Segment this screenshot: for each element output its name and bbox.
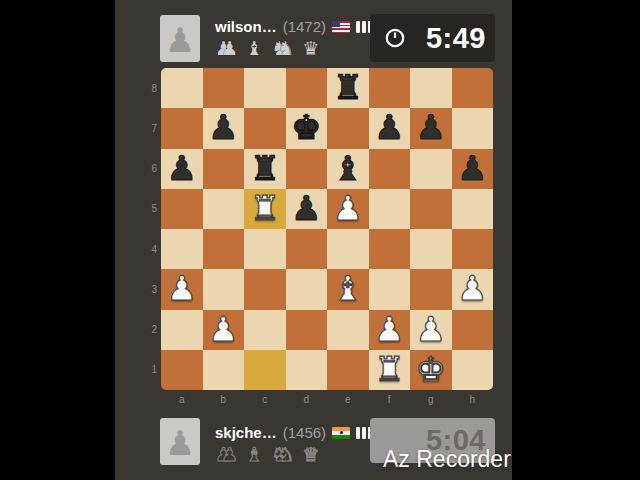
square-h8[interactable] [452, 68, 494, 108]
square-b6[interactable] [203, 149, 245, 189]
square-d7[interactable]: ♚ [286, 108, 328, 148]
captured-pawns: ♟♟ [215, 39, 238, 58]
square-b1[interactable] [203, 350, 245, 390]
captured-piece-icon: ♝ [246, 445, 263, 464]
square-e8[interactable]: ♜ [327, 68, 369, 108]
rank-label-6: 6 [139, 149, 157, 189]
piece-black-pawn-a6[interactable]: ♟ [167, 151, 197, 185]
square-b4[interactable] [203, 229, 245, 269]
square-c2[interactable] [244, 310, 286, 350]
square-b5[interactable] [203, 189, 245, 229]
square-h2[interactable] [452, 310, 494, 350]
rank-labels: 87654321 [139, 68, 157, 390]
file-labels: abcdefgh [161, 394, 493, 408]
square-a8[interactable] [161, 68, 203, 108]
captured-queen: ♛ [302, 39, 319, 58]
square-h7[interactable] [452, 108, 494, 148]
rank-label-5: 5 [139, 189, 157, 229]
piece-black-pawn-f7[interactable]: ♟ [374, 110, 404, 144]
rank-label-3: 3 [139, 269, 157, 309]
file-label-c: c [244, 394, 286, 408]
rank-label-8: 8 [139, 68, 157, 108]
top-player-avatar[interactable]: ♟ [160, 15, 200, 62]
screen: ♟ wilson… (1472) ♟♟♝♞♞♛ 5:49 [0, 0, 640, 480]
square-f4[interactable] [369, 229, 411, 269]
square-c6[interactable]: ♜ [244, 149, 286, 189]
square-h1[interactable] [452, 350, 494, 390]
square-h4[interactable] [452, 229, 494, 269]
piece-white-pawn-f2[interactable]: ♟ [374, 312, 404, 346]
square-h3[interactable]: ♟ [452, 269, 494, 309]
piece-white-rook-c5[interactable]: ♜ [250, 191, 280, 225]
square-g5[interactable] [410, 189, 452, 229]
square-c1[interactable] [244, 350, 286, 390]
square-b2[interactable]: ♟ [203, 310, 245, 350]
bottom-captured-pieces: ♟♟♝♞♞♛ [215, 444, 378, 464]
square-g4[interactable] [410, 229, 452, 269]
square-d8[interactable] [286, 68, 328, 108]
top-player-name[interactable]: wilson… [215, 18, 277, 35]
captured-bishop: ♝ [246, 445, 263, 464]
file-label-d: d [286, 394, 328, 408]
square-f8[interactable] [369, 68, 411, 108]
captured-knights: ♞♞ [271, 445, 294, 464]
square-g6[interactable] [410, 149, 452, 189]
square-a6[interactable]: ♟ [161, 149, 203, 189]
square-h5[interactable] [452, 189, 494, 229]
file-label-h: h [452, 394, 494, 408]
piece-white-pawn-b2[interactable]: ♟ [208, 312, 238, 346]
india-flag-icon [332, 427, 350, 439]
square-f7[interactable]: ♟ [369, 108, 411, 148]
captured-piece-icon: ♞ [277, 445, 294, 464]
piece-black-pawn-g7[interactable]: ♟ [416, 110, 446, 144]
captured-piece-icon: ♟ [221, 445, 238, 464]
piece-black-king-d7[interactable]: ♚ [291, 110, 321, 144]
piece-white-king-g1[interactable]: ♚ [416, 352, 446, 386]
bottom-player-rating: (1456) [283, 424, 326, 441]
piece-white-bishop-e3[interactable]: ♝ [333, 271, 363, 305]
square-e1[interactable] [327, 350, 369, 390]
square-a3[interactable]: ♟ [161, 269, 203, 309]
square-h6[interactable]: ♟ [452, 149, 494, 189]
top-clock-time: 5:49 [426, 22, 486, 55]
square-d6[interactable] [286, 149, 328, 189]
captured-queen: ♛ [302, 445, 319, 464]
piece-white-pawn-h3[interactable]: ♟ [457, 271, 487, 305]
square-e3[interactable]: ♝ [327, 269, 369, 309]
signal-bar [362, 427, 366, 439]
captured-piece-icon: ♛ [302, 39, 319, 58]
captured-bishop: ♝ [246, 39, 263, 58]
square-b3[interactable] [203, 269, 245, 309]
square-a2[interactable] [161, 310, 203, 350]
square-a5[interactable] [161, 189, 203, 229]
piece-white-pawn-a3[interactable]: ♟ [167, 271, 197, 305]
signal-bar [356, 21, 360, 33]
square-c5[interactable]: ♜ [244, 189, 286, 229]
square-a1[interactable] [161, 350, 203, 390]
square-c8[interactable] [244, 68, 286, 108]
square-f3[interactable] [369, 269, 411, 309]
file-label-e: e [327, 394, 369, 408]
square-c7[interactable] [244, 108, 286, 148]
file-label-b: b [203, 394, 245, 408]
piece-white-pawn-g2[interactable]: ♟ [416, 312, 446, 346]
rank-label-1: 1 [139, 350, 157, 390]
captured-piece-icon: ♟ [221, 39, 238, 58]
square-f1[interactable]: ♜ [369, 350, 411, 390]
square-e6[interactable]: ♝ [327, 149, 369, 189]
piece-white-pawn-e5[interactable]: ♟ [333, 191, 363, 225]
square-e7[interactable] [327, 108, 369, 148]
watermark-text: Az Recorder [383, 446, 511, 473]
avatar-pawn-icon: ♟ [165, 23, 195, 57]
file-label-g: g [410, 394, 452, 408]
piece-black-pawn-b7[interactable]: ♟ [208, 110, 238, 144]
square-d4[interactable] [286, 229, 328, 269]
us-flag-icon [332, 21, 350, 33]
piece-black-pawn-d5[interactable]: ♟ [291, 191, 321, 225]
chess-board[interactable]: ♜♟♚♟♟♟♜♝♟♜♟♟♟♝♟♟♟♟♜♚ [161, 68, 493, 390]
square-g8[interactable] [410, 68, 452, 108]
square-e5[interactable]: ♟ [327, 189, 369, 229]
square-d2[interactable] [286, 310, 328, 350]
captured-piece-icon: ♝ [246, 39, 263, 58]
piece-black-rook-e8[interactable]: ♜ [333, 70, 363, 104]
square-g2[interactable]: ♟ [410, 310, 452, 350]
captured-knights: ♞♞ [271, 39, 294, 58]
square-c3[interactable] [244, 269, 286, 309]
signal-bar [362, 21, 366, 33]
square-f5[interactable] [369, 189, 411, 229]
square-b7[interactable]: ♟ [203, 108, 245, 148]
signal-bar [356, 427, 360, 439]
piece-white-rook-f1[interactable]: ♜ [374, 352, 404, 386]
square-d3[interactable] [286, 269, 328, 309]
rank-label-7: 7 [139, 108, 157, 148]
top-player-rating: (1472) [283, 18, 326, 35]
piece-black-rook-c6[interactable]: ♜ [250, 151, 280, 185]
file-label-a: a [161, 394, 203, 408]
captured-pawns: ♟♟ [215, 445, 238, 464]
captured-piece-icon: ♛ [302, 445, 319, 464]
piece-black-bishop-e6[interactable]: ♝ [333, 151, 363, 185]
square-g3[interactable] [410, 269, 452, 309]
top-player-clock: 5:49 [370, 14, 495, 62]
square-f2[interactable]: ♟ [369, 310, 411, 350]
rank-label-4: 4 [139, 229, 157, 269]
avatar-pawn-icon: ♟ [165, 426, 195, 460]
bottom-player-name[interactable]: skjche… [215, 424, 277, 441]
square-a7[interactable] [161, 108, 203, 148]
square-b8[interactable] [203, 68, 245, 108]
square-c4[interactable] [244, 229, 286, 269]
square-a4[interactable] [161, 229, 203, 269]
top-captured-pieces: ♟♟♝♞♞♛ [215, 38, 378, 58]
clock-icon [383, 26, 407, 50]
square-f6[interactable] [369, 149, 411, 189]
square-g1[interactable]: ♚ [410, 350, 452, 390]
rank-label-2: 2 [139, 310, 157, 350]
bottom-player-avatar[interactable]: ♟ [160, 418, 200, 465]
square-e2[interactable] [327, 310, 369, 350]
square-d5[interactable]: ♟ [286, 189, 328, 229]
captured-piece-icon: ♞ [277, 39, 294, 58]
square-d1[interactable] [286, 350, 328, 390]
chess-app-region: ♟ wilson… (1472) ♟♟♝♞♞♛ 5:49 [115, 0, 512, 480]
piece-black-pawn-h6[interactable]: ♟ [457, 151, 487, 185]
file-label-f: f [369, 394, 411, 408]
square-g7[interactable]: ♟ [410, 108, 452, 148]
square-e4[interactable] [327, 229, 369, 269]
